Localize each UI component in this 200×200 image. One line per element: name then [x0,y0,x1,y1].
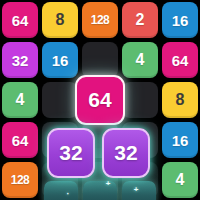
tile-128[interactable]: 128 [82,2,118,38]
tile-8[interactable]: 8 [42,2,78,38]
tile-4[interactable]: 4 [2,82,38,118]
board-cell-r2c3[interactable] [80,40,120,80]
board-cell-r4c5[interactable]: 16 [160,120,200,160]
board-cell-r1c5[interactable]: 16 [160,0,200,40]
tile-8[interactable]: 8 [162,82,198,118]
board-cell-r3c4[interactable] [120,80,160,120]
active-tile-32[interactable]: 32 [47,128,95,178]
board-cell-r1c1[interactable]: 64 [0,0,40,40]
board-cell-r3c1[interactable]: 4 [0,80,40,120]
board-cell-r3c5[interactable]: 8 [160,80,200,120]
tile-2[interactable]: 2 [122,2,158,38]
board-cell-r2c5[interactable]: 64 [160,40,200,80]
tile-32[interactable]: 32 [2,42,38,78]
tile-4[interactable]: 4 [122,42,158,78]
tile-128[interactable]: 128 [2,162,38,198]
board-cell-r4c1[interactable]: 64 [0,120,40,160]
empty-cell [82,42,118,78]
tile-4[interactable]: 4 [162,162,198,198]
empty-cell [42,82,78,118]
tile-16[interactable]: 16 [162,2,198,38]
glow-peek-cell-3 [122,181,156,200]
board-cell-r1c4[interactable]: 2 [120,0,160,40]
active-tile-64[interactable]: 64 [75,75,125,125]
board-cell-r2c2[interactable]: 16 [40,40,80,80]
tile-64[interactable]: 64 [162,42,198,78]
board-cell-r1c2[interactable]: 8 [40,0,80,40]
tile-64[interactable]: 64 [2,2,38,38]
empty-cell [122,82,158,118]
board-cell-r2c4[interactable]: 4 [120,40,160,80]
tile-16[interactable]: 16 [162,122,198,158]
tile-64[interactable]: 64 [2,122,38,158]
glow-peek-cell-2 [83,181,117,200]
game-board: 64812821632164644864161284 643232 ·++ [0,0,200,200]
board-cell-r5c5[interactable]: 4 [160,160,200,200]
active-tile-32[interactable]: 32 [102,128,150,178]
sparkle-icon: · [67,190,70,199]
board-cell-r2c1[interactable]: 32 [0,40,40,80]
tile-16[interactable]: 16 [42,42,78,78]
board-cell-r3c2[interactable] [40,80,80,120]
board-cell-r5c1[interactable]: 128 [0,160,40,200]
board-cell-r1c3[interactable]: 128 [80,0,120,40]
sparkle-icon: + [106,180,111,188]
glow-peek-cell-1 [44,181,78,200]
sparkle-icon: + [134,186,139,194]
